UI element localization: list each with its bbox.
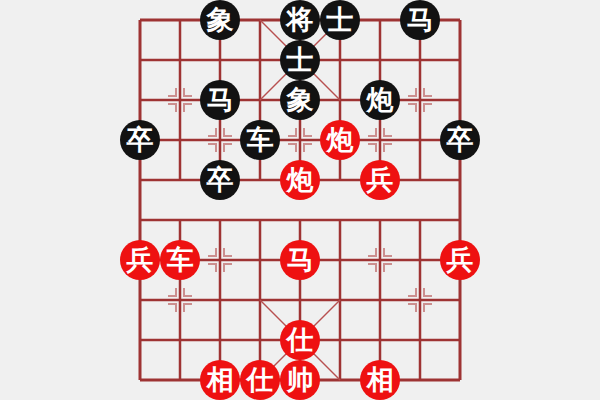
xiangqi-app-screen: 象将士马士马象炮卒车炮卒卒炮兵兵车马兵仕相仕帅相 [0, 0, 600, 400]
piece-black-advisor[interactable]: 士 [320, 0, 360, 40]
piece-black-pawn[interactable]: 卒 [200, 160, 240, 200]
piece-black-advisor[interactable]: 士 [280, 40, 320, 80]
piece-black-pawn[interactable]: 卒 [440, 120, 480, 160]
piece-red-pawn[interactable]: 兵 [440, 240, 480, 280]
piece-black-general[interactable]: 将 [280, 0, 320, 40]
piece-red-horse[interactable]: 马 [280, 240, 320, 280]
piece-black-elephant[interactable]: 象 [200, 0, 240, 40]
piece-red-advisor[interactable]: 仕 [240, 360, 280, 400]
piece-red-pawn[interactable]: 兵 [120, 240, 160, 280]
piece-red-advisor[interactable]: 仕 [280, 320, 320, 360]
piece-black-chariot[interactable]: 车 [240, 120, 280, 160]
piece-red-chariot[interactable]: 车 [160, 240, 200, 280]
piece-black-cannon[interactable]: 炮 [360, 80, 400, 120]
piece-red-general[interactable]: 帅 [280, 360, 320, 400]
piece-red-cannon[interactable]: 炮 [320, 120, 360, 160]
piece-red-pawn[interactable]: 兵 [360, 160, 400, 200]
piece-black-elephant[interactable]: 象 [280, 80, 320, 120]
piece-black-horse[interactable]: 马 [200, 80, 240, 120]
piece-red-elephant[interactable]: 相 [200, 360, 240, 400]
piece-red-cannon[interactable]: 炮 [280, 160, 320, 200]
xiangqi-board[interactable]: 象将士马士马象炮卒车炮卒卒炮兵兵车马兵仕相仕帅相 [120, 0, 480, 400]
piece-black-horse[interactable]: 马 [400, 0, 440, 40]
piece-black-pawn[interactable]: 卒 [120, 120, 160, 160]
piece-red-elephant[interactable]: 相 [360, 360, 400, 400]
